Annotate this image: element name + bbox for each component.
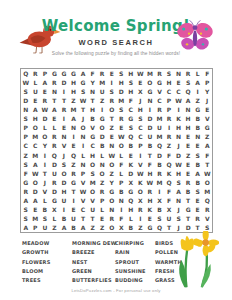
word-list-item: GREEN — [72, 267, 115, 276]
grid-cell-r8c11: W — [117, 132, 127, 141]
grid-cell-r14c1: R — [21, 187, 31, 196]
grid-cell-r9c9: B — [97, 141, 107, 150]
grid-cell-r2c11: H — [117, 78, 127, 87]
grid-cell-r8c15: M — [155, 132, 165, 141]
grid-cell-r12c8: S — [88, 169, 98, 178]
grid-cell-r4c12: F — [126, 96, 136, 105]
grid-cell-r1c11: S — [117, 69, 127, 78]
grid-cell-r7c7: O — [78, 123, 88, 132]
grid-cell-r9c11: O — [117, 141, 127, 150]
grid-cell-r7c18: H — [183, 123, 193, 132]
grid-cell-r8c17: N — [174, 132, 184, 141]
grid-cell-r5c9: I — [97, 105, 107, 114]
grid-cell-r9c20: A — [202, 141, 212, 150]
grid-cell-r2c7: G — [78, 78, 88, 87]
footer-credit: LetsDoPuzzles.com - For personal use onl… — [0, 288, 232, 293]
grid-cell-r18c6: B — [69, 223, 79, 232]
grid-cell-r10c12: E — [126, 150, 136, 159]
grid-cell-r8c8: G — [88, 132, 98, 141]
grid-cell-r4c14: N — [145, 96, 155, 105]
grid-cell-r16c17: J — [174, 205, 184, 214]
grid-cell-r4c15: C — [155, 96, 165, 105]
grid-cell-r1c9: R — [97, 69, 107, 78]
grid-cell-r14c15: I — [155, 187, 165, 196]
grid-cell-r1c12: H — [126, 69, 136, 78]
grid-cell-r3c2: U — [31, 87, 41, 96]
grid-cell-r8c4: R — [50, 132, 60, 141]
grid-cell-r7c16: I — [164, 123, 174, 132]
grid-cell-r1c6: G — [69, 69, 79, 78]
grid-cell-r17c16: U — [164, 214, 174, 223]
grid-cell-r16c6: E — [69, 205, 79, 214]
grid-cell-r3c15: V — [155, 87, 165, 96]
grid-cell-r9c13: P — [136, 141, 146, 150]
word-list-column-1: MEADOWGROWTHFLOWERSBLOOMTREES — [22, 239, 72, 285]
grid-cell-r16c11: I — [117, 205, 127, 214]
grid-cell-r8c12: Q — [126, 132, 136, 141]
worksheet-page: Welcome Spring! WORD SEARCH Solve the fo… — [0, 0, 232, 300]
grid-cell-r6c18: H — [183, 114, 193, 123]
grid-cell-r15c13: X — [136, 196, 146, 205]
grid-cell-r8c20: Z — [202, 132, 212, 141]
grid-cell-r13c11: P — [117, 178, 127, 187]
grid-cell-r10c6: Q — [69, 150, 79, 159]
word-list-item: MORNING DEW — [72, 239, 115, 248]
grid-cell-r12c11: L — [117, 169, 127, 178]
grid-cell-r15c7: V — [78, 196, 88, 205]
word-list-item: RAIN — [115, 248, 155, 257]
daffodil-flowers-icon — [173, 231, 219, 291]
grid-cell-r3c18: Q — [183, 87, 193, 96]
grid-cell-r14c5: H — [59, 187, 69, 196]
grid-cell-r2c9: M — [97, 78, 107, 87]
grid-cell-r3c10: S — [107, 87, 117, 96]
grid-cell-r3c13: X — [136, 87, 146, 96]
grid-cell-r12c16: K — [164, 169, 174, 178]
grid-cell-r12c19: A — [193, 169, 203, 178]
grid-cell-r16c7: C — [78, 205, 88, 214]
grid-cell-r16c8: U — [88, 205, 98, 214]
grid-cell-r5c11: S — [117, 105, 127, 114]
grid-cell-r10c1: Z — [21, 150, 31, 159]
grid-cell-r15c3: L — [40, 196, 50, 205]
grid-cell-r15c9: P — [97, 196, 107, 205]
grid-cell-r15c6: I — [69, 196, 79, 205]
grid-cell-r14c19: S — [193, 187, 203, 196]
grid-cell-r8c1: P — [21, 132, 31, 141]
grid-cell-r14c6: T — [69, 187, 79, 196]
grid-cell-r17c15: S — [155, 214, 165, 223]
grid-cell-r2c5: D — [59, 78, 69, 87]
grid-cell-r6c12: G — [126, 114, 136, 123]
grid-cell-r3c9: U — [97, 87, 107, 96]
grid-cell-r1c4: G — [50, 69, 60, 78]
grid-cell-r8c9: D — [97, 132, 107, 141]
grid-cell-r15c5: U — [59, 196, 69, 205]
grid-cell-r8c14: U — [145, 132, 155, 141]
grid-cell-r17c1: S — [21, 214, 31, 223]
grid-cell-r11c3: I — [40, 160, 50, 169]
grid-cell-r4c1: D — [21, 96, 31, 105]
grid-cell-r14c14: R — [145, 187, 155, 196]
grid-cell-r8c16: R — [164, 132, 174, 141]
grid-cell-r13c2: O — [31, 178, 41, 187]
grid-cell-r1c1: Q — [21, 69, 31, 78]
grid-cell-r6c14: D — [145, 114, 155, 123]
grid-cell-r18c9: Z — [97, 223, 107, 232]
grid-cell-r16c12: H — [126, 205, 136, 214]
grid-cell-r16c20: R — [202, 205, 212, 214]
grid-cell-r11c17: W — [174, 160, 184, 169]
grid-cell-r3c14: G — [145, 87, 155, 96]
grid-cell-r5c15: R — [155, 105, 165, 114]
grid-cell-r13c3: J — [40, 178, 50, 187]
grid-cell-r12c5: O — [59, 169, 69, 178]
grid-cell-r1c17: N — [174, 69, 184, 78]
grid-cell-r2c12: S — [126, 78, 136, 87]
grid-cell-r3c5: I — [59, 87, 69, 96]
grid-cell-r18c7: A — [78, 223, 88, 232]
word-list-item: SPROUT — [115, 258, 155, 267]
grid-cell-r14c12: G — [126, 187, 136, 196]
grid-cell-r10c14: T — [145, 150, 155, 159]
grid-cell-r7c6: N — [69, 123, 79, 132]
grid-cell-r17c11: F — [117, 214, 127, 223]
grid-cell-r4c16: P — [164, 96, 174, 105]
grid-cell-r16c15: B — [155, 205, 165, 214]
grid-cell-r17c5: B — [59, 214, 69, 223]
grid-cell-r9c10: N — [107, 141, 117, 150]
grid-cell-r3c16: C — [164, 87, 174, 96]
grid-cell-r14c3: V — [40, 187, 50, 196]
grid-cell-r7c5: E — [59, 123, 69, 132]
grid-cell-r18c15: Q — [155, 223, 165, 232]
grid-cell-r2c16: H — [164, 78, 174, 87]
grid-cell-r9c15: Q — [155, 141, 165, 150]
grid-cell-r6c9: G — [97, 114, 107, 123]
grid-cell-r12c7: P — [78, 169, 88, 178]
grid-cell-r13c16: Q — [164, 178, 174, 187]
grid-cell-r5c17: I — [174, 105, 184, 114]
grid-cell-r17c3: S — [40, 214, 50, 223]
grid-cell-r10c8: H — [88, 150, 98, 159]
grid-cell-r17c2: M — [31, 214, 41, 223]
grid-cell-r14c13: O — [136, 187, 146, 196]
grid-cell-r14c10: G — [107, 187, 117, 196]
grid-cell-r2c1: W — [21, 78, 31, 87]
grid-cell-r11c13: V — [136, 160, 146, 169]
grid-cell-r17c8: T — [88, 214, 98, 223]
grid-cell-r11c9: N — [97, 160, 107, 169]
grid-cell-r10c10: W — [107, 150, 117, 159]
grid-cell-r11c16: Q — [164, 160, 174, 169]
grid-cell-r6c11: R — [117, 114, 127, 123]
grid-cell-r8c5: N — [59, 132, 69, 141]
grid-cell-r3c4: N — [50, 87, 60, 96]
grid-cell-r15c16: F — [164, 196, 174, 205]
grid-cell-r2c17: E — [174, 78, 184, 87]
grid-cell-r6c4: E — [50, 114, 60, 123]
grid-cell-r13c20: O — [202, 178, 212, 187]
grid-cell-r3c20: Y — [202, 87, 212, 96]
grid-cell-r1c18: R — [183, 69, 193, 78]
grid-cell-r15c18: T — [183, 196, 193, 205]
grid-cell-r18c3: U — [40, 223, 50, 232]
grid-cell-r5c13: H — [136, 105, 146, 114]
word-list-item: BLOOM — [22, 267, 72, 276]
grid-cell-r11c11: F — [117, 160, 127, 169]
grid-cell-r8c19: N — [193, 132, 203, 141]
grid-cell-r13c8: M — [88, 178, 98, 187]
grid-cell-r1c3: P — [40, 69, 50, 78]
grid-cell-r2c19: A — [193, 78, 203, 87]
grid-cell-r1c2: R — [31, 69, 41, 78]
word-list-column-3: CHIRPINGRAINSPROUTSUNSHINEBUDDING — [115, 239, 155, 285]
grid-cell-r8c7: N — [78, 132, 88, 141]
grid-cell-r5c2: A — [31, 105, 41, 114]
grid-cell-r9c5: V — [59, 141, 69, 150]
grid-cell-r17c18: T — [183, 214, 193, 223]
grid-cell-r6c5: I — [59, 114, 69, 123]
grid-cell-r2c18: S — [183, 78, 193, 87]
grid-cell-r14c18: B — [183, 187, 193, 196]
grid-cell-r4c8: T — [88, 96, 98, 105]
grid-cell-r13c19: B — [193, 178, 203, 187]
grid-cell-r10c19: S — [193, 150, 203, 159]
grid-cell-r1c14: M — [145, 69, 155, 78]
grid-cell-r7c3: L — [40, 123, 50, 132]
grid-cell-r4c13: J — [136, 96, 146, 105]
grid-cell-r10c16: F — [164, 150, 174, 159]
grid-cell-r5c1: N — [21, 105, 31, 114]
grid-cell-r5c14: I — [145, 105, 155, 114]
grid-cell-r13c7: V — [78, 178, 88, 187]
grid-cell-r4c20: J — [202, 96, 212, 105]
grid-cell-r15c19: E — [193, 196, 203, 205]
grid-cell-r9c19: E — [193, 141, 203, 150]
word-list-item: GROWTH — [22, 248, 72, 257]
grid-cell-r9c17: J — [174, 141, 184, 150]
grid-cell-r6c6: A — [69, 114, 79, 123]
grid-cell-r12c15: R — [155, 169, 165, 178]
grid-cell-r15c11: N — [117, 196, 127, 205]
grid-cell-r16c3: B — [40, 205, 50, 214]
grid-cell-r14c11: B — [117, 187, 127, 196]
grid-cell-r9c18: E — [183, 141, 193, 150]
grid-cell-r12c13: W — [136, 169, 146, 178]
grid-cell-r5c8: H — [88, 105, 98, 114]
grid-cell-r1c15: R — [155, 69, 165, 78]
grid-cell-r17c10: R — [107, 214, 117, 223]
grid-cell-r7c19: B — [193, 123, 203, 132]
grid-cell-r4c10: R — [107, 96, 117, 105]
grid-cell-r11c10: O — [107, 160, 117, 169]
grid-cell-r15c1: A — [21, 196, 31, 205]
grid-cell-r9c3: Y — [40, 141, 50, 150]
grid-cell-r7c17: H — [174, 123, 184, 132]
grid-cell-r3c7: S — [78, 87, 88, 96]
grid-cell-r6c13: S — [136, 114, 146, 123]
grid-cell-r7c2: O — [31, 123, 41, 132]
grid-cell-r16c4: X — [50, 205, 60, 214]
word-list: MEADOWGROWTHFLOWERSBLOOMTREESMORNING DEW… — [22, 239, 197, 285]
word-search-grid: QRPGGGAFRESHWMRSNRLFWLARDHGYMIHSEOGHESAP… — [20, 68, 213, 233]
grid-cell-r1c5: G — [59, 69, 69, 78]
grid-cell-r12c6: R — [69, 169, 79, 178]
grid-cell-r5c18: N — [183, 105, 193, 114]
grid-cell-r3c8: N — [88, 87, 98, 96]
grid-cell-r16c14: K — [145, 205, 155, 214]
grid-cell-r9c12: B — [126, 141, 136, 150]
word-list-item: MEADOW — [22, 239, 72, 248]
grid-cell-r9c2: C — [31, 141, 41, 150]
grid-cell-r5c10: O — [107, 105, 117, 114]
grid-cell-r6c1: S — [21, 114, 31, 123]
grid-cell-r3c11: D — [117, 87, 127, 96]
grid-cell-r15c17: N — [174, 196, 184, 205]
grid-cell-r6c3: D — [40, 114, 50, 123]
grid-cell-r5c3: W — [40, 105, 50, 114]
word-list-item: FLOWERS — [22, 258, 72, 267]
grid-cell-r17c12: L — [126, 214, 136, 223]
grid-cell-r5c12: C — [126, 105, 136, 114]
grid-cell-r8c3: O — [40, 132, 50, 141]
word-list-item: CHIRPING — [115, 239, 155, 248]
grid-cell-r14c7: W — [78, 187, 88, 196]
grid-cell-r6c10: T — [107, 114, 117, 123]
grid-cell-r12c17: H — [174, 169, 184, 178]
grid-cell-r13c12: X — [126, 178, 136, 187]
grid-cell-r15c14: H — [145, 196, 155, 205]
grid-cell-r2c3: A — [40, 78, 50, 87]
grid-cell-r16c16: X — [164, 205, 174, 214]
grid-cell-r9c4: R — [50, 141, 60, 150]
grid-cell-r16c18: G — [183, 205, 193, 214]
grid-cell-r13c15: M — [155, 178, 165, 187]
grid-cell-r11c1: S — [21, 160, 31, 169]
grid-cell-r15c12: Q — [126, 196, 136, 205]
grid-cell-r4c17: W — [174, 96, 184, 105]
grid-cell-r16c10: N — [107, 205, 117, 214]
grid-cell-r7c20: G — [202, 123, 212, 132]
word-list-item: TREES — [22, 276, 72, 285]
word-list-item: SUNSHINE — [115, 267, 155, 276]
grid-cell-r3c19: I — [193, 87, 203, 96]
grid-cell-r16c9: L — [97, 205, 107, 214]
butterfly-icon — [175, 17, 215, 57]
grid-cell-r7c12: S — [126, 123, 136, 132]
word-list-item: BREEZE — [72, 248, 115, 257]
grid-cell-r13c17: S — [174, 178, 184, 187]
grid-cell-r12c14: H — [145, 169, 155, 178]
word-list-item: BUTTERFLIES — [72, 276, 115, 285]
word-list-column-2: MORNING DEWBREEZENESTGREENBUTTERFLIES — [72, 239, 115, 285]
grid-cell-r6c2: H — [31, 114, 41, 123]
grid-cell-r13c10: Y — [107, 178, 117, 187]
grid-cell-r1c19: L — [193, 69, 203, 78]
grid-cell-r8c13: C — [136, 132, 146, 141]
grid-cell-r17c4: L — [50, 214, 60, 223]
grid-cell-r14c17: A — [174, 187, 184, 196]
grid-cell-r7c1: P — [21, 123, 31, 132]
grid-cell-r12c9: O — [97, 169, 107, 178]
grid-cell-r4c2: E — [31, 96, 41, 105]
grid-cell-r5c5: R — [59, 105, 69, 114]
grid-cell-r6c19: B — [193, 114, 203, 123]
grid-cell-r11c19: B — [193, 160, 203, 169]
grid-cell-r5c16: P — [164, 105, 174, 114]
grid-cell-r11c4: D — [50, 160, 60, 169]
grid-cell-r1c13: W — [136, 69, 146, 78]
grid-cell-r17c6: U — [69, 214, 79, 223]
grid-cell-r10c18: Z — [183, 150, 193, 159]
grid-cell-r7c14: D — [145, 123, 155, 132]
grid-cell-r10c13: I — [136, 150, 146, 159]
grid-cell-r15c8: V — [88, 196, 98, 205]
grid-cell-r13c5: D — [59, 178, 69, 187]
grid-cell-r13c4: R — [50, 178, 60, 187]
grid-cell-r12c10: Z — [107, 169, 117, 178]
grid-cell-r1c16: S — [164, 69, 174, 78]
grid-cell-r15c15: X — [155, 196, 165, 205]
grid-cell-r5c7: T — [78, 105, 88, 114]
grid-cell-r11c15: B — [155, 160, 165, 169]
grid-cell-r6c20: V — [202, 114, 212, 123]
grid-cell-r12c12: D — [126, 169, 136, 178]
grid-cell-r1c8: F — [88, 69, 98, 78]
grid-cell-r10c4: Q — [50, 150, 60, 159]
grid-cell-r3c6: H — [69, 87, 79, 96]
grid-cell-r12c2: W — [31, 169, 41, 178]
grid-cell-r11c12: K — [126, 160, 136, 169]
grid-cell-r18c12: B — [126, 223, 136, 232]
grid-cell-r10c7: L — [78, 150, 88, 159]
grid-cell-r7c8: V — [88, 123, 98, 132]
grid-cell-r4c4: T — [50, 96, 60, 105]
grid-cell-r11c14: F — [145, 160, 155, 169]
grid-cell-r16c1: S — [21, 205, 31, 214]
grid-cell-r2c6: H — [69, 78, 79, 87]
grid-cell-r2c14: O — [145, 78, 155, 87]
grid-cell-r14c16: F — [164, 187, 174, 196]
grid-cell-r18c1: A — [21, 223, 31, 232]
grid-cell-r9c6: E — [69, 141, 79, 150]
grid-cell-r8c6: I — [69, 132, 79, 141]
grid-cell-r4c5: T — [59, 96, 69, 105]
grid-cell-r18c8: Z — [88, 223, 98, 232]
grid-cell-r2c10: I — [107, 78, 117, 87]
grid-cell-r12c18: E — [183, 169, 193, 178]
grid-cell-r11c6: Z — [69, 160, 79, 169]
grid-cell-r2c15: G — [155, 78, 165, 87]
grid-cell-r10c15: D — [155, 150, 165, 159]
word-list-item: BUDDING — [115, 276, 155, 285]
grid-cell-r17c17: S — [174, 214, 184, 223]
grid-cell-r6c7: J — [78, 114, 88, 123]
grid-cell-r9c16: Z — [164, 141, 174, 150]
grid-cell-r1c10: E — [107, 69, 117, 78]
grid-cell-r12c1: F — [21, 169, 31, 178]
grid-cell-r4c19: Z — [193, 96, 203, 105]
grid-cell-r2c2: L — [31, 78, 41, 87]
grid-cell-r13c9: Z — [97, 178, 107, 187]
grid-cell-r17c13: I — [136, 214, 146, 223]
grid-cell-r15c10: O — [107, 196, 117, 205]
grid-cell-r3c12: H — [126, 87, 136, 96]
grid-cell-r8c2: M — [31, 132, 41, 141]
grid-cell-r18c10: O — [107, 223, 117, 232]
grid-cell-r13c18: R — [183, 178, 193, 187]
